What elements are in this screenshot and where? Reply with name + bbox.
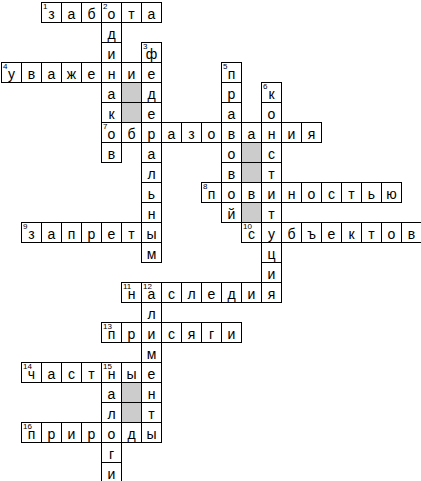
cell-letter: н — [108, 65, 116, 81]
cell-letter: а — [228, 105, 236, 121]
cell-letter: я — [268, 285, 276, 301]
cell-r10-c7[interactable]: н — [141, 202, 162, 223]
cell-letter: п — [208, 185, 216, 201]
cell-r5-c11[interactable]: а — [221, 102, 242, 123]
cell-r18-c1[interactable]: ч14 — [21, 362, 42, 383]
cell-letter: а — [148, 145, 156, 161]
cell-r3-c5[interactable]: н — [101, 62, 122, 83]
cell-letter: с — [268, 145, 275, 161]
cell-r18-c6[interactable]: ы — [121, 362, 142, 383]
cell-r11-c15[interactable]: ъ — [301, 222, 322, 243]
cell-r11-c18[interactable]: т — [361, 222, 382, 243]
gray-cell-r5-c6 — [121, 102, 142, 123]
cell-letter: в — [408, 225, 415, 241]
gray-cell-r7-c12 — [241, 142, 262, 163]
cell-letter: и — [288, 125, 296, 141]
cell-letter: в — [28, 65, 35, 81]
cell-r21-c5[interactable]: о — [101, 422, 122, 443]
cell-letter: и — [108, 45, 116, 61]
cell-letter: я — [308, 125, 316, 141]
cell-letter: л — [147, 305, 155, 321]
cell-letter: а — [48, 365, 56, 381]
cell-r14-c11[interactable]: д — [221, 282, 242, 303]
cell-letter: д — [127, 425, 135, 441]
cell-r17-c7[interactable]: м — [141, 342, 162, 363]
clue-number: 16 — [23, 423, 33, 431]
cell-letter: с — [168, 325, 175, 341]
cell-r18-c5[interactable]: н15 — [101, 362, 122, 383]
cell-letter: е — [328, 225, 336, 241]
cell-r11-c19[interactable]: о — [381, 222, 402, 243]
cell-letter: н — [148, 205, 156, 221]
cell-letter: и — [268, 265, 276, 281]
clue-number: 5 — [223, 63, 228, 71]
clue-number: 6 — [263, 83, 268, 91]
cell-letter: р — [48, 425, 56, 441]
cell-letter: ц — [267, 245, 275, 261]
cell-r21-c3[interactable]: и — [61, 422, 82, 443]
cell-r6-c13[interactable]: н — [261, 122, 282, 143]
cell-r9-c13[interactable]: и — [261, 182, 282, 203]
cell-letter: и — [128, 65, 136, 81]
cell-r6-c5[interactable]: о7 — [101, 122, 122, 143]
cell-r4-c5[interactable]: а — [101, 82, 122, 103]
cell-letter: б — [287, 225, 295, 241]
cell-r7-c11[interactable]: о — [221, 142, 242, 163]
cell-letter: о — [268, 105, 276, 121]
cell-letter: п — [228, 65, 236, 81]
cell-r9-c18[interactable]: ь — [361, 182, 382, 203]
crossword-board: з1або2тадиф3у4важениеп5адрк6кеаоо7бразов… — [0, 0, 421, 481]
cell-r3-c4[interactable]: е — [81, 62, 102, 83]
cell-r19-c7[interactable]: н — [141, 382, 162, 403]
cell-r9-c12[interactable]: в — [241, 182, 262, 203]
cell-r9-c19[interactable]: ю — [381, 182, 402, 203]
cell-letter: а — [48, 65, 56, 81]
cell-r20-c7[interactable]: т — [141, 402, 162, 423]
cell-r0-c7[interactable]: а — [141, 2, 162, 23]
clue-number: 8 — [203, 183, 208, 191]
cell-r6-c11[interactable]: в — [221, 122, 242, 143]
cell-letter: ь — [368, 185, 375, 201]
clue-number: 2 — [103, 3, 108, 11]
cell-letter: и — [108, 465, 116, 481]
cell-letter: п — [68, 225, 76, 241]
cell-letter: и — [268, 185, 276, 201]
cell-r21-c1[interactable]: п16 — [21, 422, 42, 443]
cell-letter: о — [388, 225, 396, 241]
cell-letter: а — [68, 5, 76, 21]
clue-number: 7 — [103, 123, 108, 131]
cell-r6-c14[interactable]: и — [281, 122, 302, 143]
cell-r11-c6[interactable]: т — [121, 222, 142, 243]
cell-letter: о — [228, 185, 236, 201]
cell-letter: м — [147, 345, 157, 361]
cell-r14-c13[interactable]: я — [261, 282, 282, 303]
cell-r15-c7[interactable]: л — [141, 302, 162, 323]
cell-letter: о — [108, 5, 116, 21]
clue-number: 9 — [23, 223, 28, 231]
cell-letter: р — [148, 125, 156, 141]
cell-letter: и — [68, 425, 76, 441]
cell-r23-c5[interactable]: и — [101, 462, 122, 481]
clue-number: 11 — [123, 283, 132, 291]
cell-letter: е — [148, 65, 156, 81]
cell-letter: ь — [148, 185, 155, 201]
clue-number: 15 — [103, 363, 113, 371]
cell-r9-c15[interactable]: о — [301, 182, 322, 203]
cell-letter: л — [187, 285, 195, 301]
cell-letter: н — [268, 125, 276, 141]
cell-letter: с — [328, 185, 335, 201]
clue-number: 10 — [243, 223, 253, 231]
cell-letter: в — [248, 185, 255, 201]
cell-r9-c17[interactable]: т — [341, 182, 362, 203]
cell-r3-c6[interactable]: и — [121, 62, 142, 83]
cell-letter: д — [147, 85, 155, 101]
cell-r14-c9[interactable]: л — [181, 282, 202, 303]
cell-r9-c11[interactable]: о — [221, 182, 242, 203]
cell-letter: и — [248, 285, 256, 301]
cell-r21-c4[interactable]: р — [81, 422, 102, 443]
cell-r11-c12[interactable]: с10 — [241, 222, 262, 243]
cell-letter: р — [88, 425, 96, 441]
cell-r3-c2[interactable]: а — [41, 62, 62, 83]
cell-r13-c13[interactable]: и — [261, 262, 282, 283]
cell-r9-c14[interactable]: н — [281, 182, 302, 203]
gray-cell-r10-c12 — [241, 202, 262, 223]
cell-r18-c7[interactable]: е — [141, 362, 162, 383]
cell-letter: а — [168, 125, 176, 141]
cell-r3-c7[interactable]: е — [141, 62, 162, 83]
cell-r14-c12[interactable]: и — [241, 282, 262, 303]
cell-letter: е — [208, 285, 216, 301]
cell-r11-c7[interactable]: ы — [141, 222, 162, 243]
cell-r16-c10[interactable]: г — [201, 322, 222, 343]
cell-letter: з — [28, 225, 34, 241]
cell-r21-c7[interactable]: ы — [141, 422, 162, 443]
cell-letter: р — [228, 85, 236, 101]
cell-letter: ъ — [307, 225, 316, 241]
cell-letter: с — [168, 285, 175, 301]
cell-r16-c11[interactable]: и — [221, 322, 242, 343]
clue-number: 4 — [3, 63, 8, 71]
cell-r11-c5[interactable]: е — [101, 222, 122, 243]
cell-letter: в — [108, 145, 115, 161]
cell-letter: о — [308, 185, 316, 201]
cell-letter: д — [227, 285, 235, 301]
cell-letter: т — [268, 205, 274, 221]
cell-r16-c9[interactable]: я — [181, 322, 202, 343]
cell-letter: з — [48, 5, 54, 21]
cell-letter: к — [108, 105, 114, 121]
cell-letter: о — [208, 125, 216, 141]
cell-r10-c11[interactable]: й — [221, 202, 242, 223]
cell-r14-c8[interactable]: с — [161, 282, 182, 303]
cell-r4-c13[interactable]: к6 — [261, 82, 282, 103]
cell-r11-c4[interactable]: р — [81, 222, 102, 243]
cell-r11-c20[interactable]: в — [401, 222, 421, 243]
cell-letter: т — [368, 225, 374, 241]
cell-r0-c5[interactable]: о2 — [101, 2, 122, 23]
cell-r20-c5[interactable]: л — [101, 402, 122, 423]
cell-r0-c4[interactable]: б — [81, 2, 102, 23]
cell-r5-c7[interactable]: е — [141, 102, 162, 123]
cell-letter: ы — [146, 425, 156, 441]
cell-r1-c5[interactable]: д — [101, 22, 122, 43]
cell-r6-c10[interactable]: о — [201, 122, 222, 143]
cell-r6-c8[interactable]: а — [161, 122, 182, 143]
cell-r7-c13[interactable]: с — [261, 142, 282, 163]
cell-r18-c2[interactable]: а — [41, 362, 62, 383]
cell-letter: г — [209, 325, 214, 341]
cell-letter: е — [148, 365, 156, 381]
cell-letter: л — [107, 405, 115, 421]
cell-letter: ж — [67, 65, 76, 81]
cell-letter: н — [288, 185, 296, 201]
cell-letter: о — [108, 125, 116, 141]
cell-letter: р — [128, 325, 136, 341]
cell-letter: у — [8, 65, 15, 81]
cell-letter: ы — [146, 225, 156, 241]
clue-number: 14 — [23, 363, 33, 371]
cell-r0-c3[interactable]: а — [61, 2, 82, 23]
cell-r3-c3[interactable]: ж — [61, 62, 82, 83]
cell-letter: у — [268, 225, 275, 241]
cell-r5-c5[interactable]: к — [101, 102, 122, 123]
cell-letter: т — [268, 165, 274, 181]
cell-letter: ю — [386, 185, 397, 201]
clue-number: 13 — [103, 323, 113, 331]
cell-r19-c5[interactable]: а — [101, 382, 122, 403]
cell-r14-c10[interactable]: е — [201, 282, 222, 303]
cell-r16-c5[interactable]: п13 — [101, 322, 122, 343]
cell-letter: к — [348, 225, 354, 241]
cell-r7-c7[interactable]: а — [141, 142, 162, 163]
cell-r3-c1[interactable]: в — [21, 62, 42, 83]
cell-r6-c6[interactable]: б — [121, 122, 142, 143]
cell-r21-c2[interactable]: р — [41, 422, 62, 443]
cell-letter: д — [107, 25, 115, 41]
cell-letter: т — [88, 365, 94, 381]
cell-letter: с — [68, 365, 75, 381]
cell-r9-c10[interactable]: п8 — [201, 182, 222, 203]
cell-r11-c17[interactable]: к — [341, 222, 362, 243]
cell-letter: е — [108, 225, 116, 241]
cell-r11-c2[interactable]: а — [41, 222, 62, 243]
cell-r8-c7[interactable]: л — [141, 162, 162, 183]
cell-r16-c7[interactable]: и — [141, 322, 162, 343]
cell-letter: т — [128, 225, 134, 241]
cell-r21-c6[interactable]: д — [121, 422, 142, 443]
cell-r12-c13[interactable]: ц — [261, 242, 282, 263]
cell-letter: б — [127, 125, 135, 141]
cell-r16-c6[interactable]: р — [121, 322, 142, 343]
cell-letter: в — [228, 165, 235, 181]
cell-letter: а — [248, 125, 256, 141]
cell-letter: я — [188, 325, 196, 341]
cell-r14-c6[interactable]: н11 — [121, 282, 142, 303]
cell-r11-c16[interactable]: е — [321, 222, 342, 243]
cell-letter: е — [88, 65, 96, 81]
cell-r12-c7[interactable]: м — [141, 242, 162, 263]
cell-r7-c5[interactable]: в — [101, 142, 122, 163]
cell-letter: т — [348, 185, 354, 201]
cell-r11-c3[interactable]: п — [61, 222, 82, 243]
cell-r9-c16[interactable]: с — [321, 182, 342, 203]
cell-r4-c11[interactable]: р — [221, 82, 242, 103]
cell-letter: а — [108, 85, 116, 101]
cell-r16-c8[interactable]: с — [161, 322, 182, 343]
cell-r11-c1[interactable]: з9 — [21, 222, 42, 243]
cell-letter: й — [228, 205, 236, 221]
cell-r18-c4[interactable]: т — [81, 362, 102, 383]
cell-letter: л — [147, 165, 155, 181]
cell-r11-c13[interactable]: у — [261, 222, 282, 243]
cell-r4-c7[interactable]: д — [141, 82, 162, 103]
cell-r2-c7[interactable]: ф3 — [141, 42, 162, 63]
clue-number: 12 — [143, 283, 153, 291]
cell-r6-c7[interactable]: р — [141, 122, 162, 143]
cell-r5-c13[interactable]: о — [261, 102, 282, 123]
cell-letter: а — [148, 5, 156, 21]
cell-r18-c3[interactable]: с — [61, 362, 82, 383]
cell-letter: т — [128, 5, 134, 21]
cell-letter: н — [148, 385, 156, 401]
cell-letter: в — [228, 125, 235, 141]
cell-letter: м — [147, 245, 157, 261]
cell-r6-c9[interactable]: з — [181, 122, 202, 143]
gray-cell-r8-c12 — [241, 162, 262, 183]
gray-cell-r19-c6 — [121, 382, 142, 403]
cell-letter: г — [109, 445, 114, 461]
clue-number: 3 — [143, 43, 148, 51]
cell-r3-c11[interactable]: п5 — [221, 62, 242, 83]
cell-letter: т — [148, 405, 154, 421]
cell-r8-c11[interactable]: в — [221, 162, 242, 183]
cell-r9-c7[interactable]: ь — [141, 182, 162, 203]
cell-r11-c14[interactable]: б — [281, 222, 302, 243]
cell-letter: и — [148, 325, 156, 341]
cell-letter: о — [228, 145, 236, 161]
cell-r10-c13[interactable]: т — [261, 202, 282, 223]
cell-r22-c5[interactable]: г — [101, 442, 122, 463]
cell-r3-c0[interactable]: у4 — [1, 62, 22, 83]
cell-letter: е — [148, 105, 156, 121]
cell-r2-c5[interactable]: и — [101, 42, 122, 63]
gray-cell-r20-c6 — [121, 402, 142, 423]
cell-letter: б — [87, 5, 95, 21]
cell-letter: и — [228, 325, 236, 341]
cell-letter: а — [48, 225, 56, 241]
cell-letter: р — [88, 225, 96, 241]
gray-cell-r4-c6 — [121, 82, 142, 103]
cell-letter: о — [108, 425, 116, 441]
cell-letter: з — [188, 125, 194, 141]
cell-r6-c12[interactable]: а — [241, 122, 262, 143]
cell-letter: к — [268, 85, 274, 101]
cell-letter: а — [108, 385, 116, 401]
cell-r0-c2[interactable]: з1 — [41, 2, 62, 23]
cell-letter: ы — [126, 365, 136, 381]
cell-r14-c7[interactable]: а12 — [141, 282, 162, 303]
clue-number: 1 — [43, 3, 48, 11]
cell-r6-c15[interactable]: я — [301, 122, 322, 143]
cell-r0-c6[interactable]: т — [121, 2, 142, 23]
cell-r8-c13[interactable]: т — [261, 162, 282, 183]
